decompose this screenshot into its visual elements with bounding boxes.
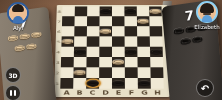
square-b6[interactable] (74, 26, 87, 36)
rank-label-2: 2 (55, 71, 61, 75)
file-label-A: A (60, 90, 73, 95)
square-a7[interactable] (62, 16, 75, 26)
square-g2[interactable] (138, 67, 151, 78)
square-e5[interactable] (112, 36, 125, 46)
captured-piece-dark: ⛂ (180, 37, 191, 46)
captured-piece-light: ⛂ (26, 42, 37, 51)
rank-label-6: 6 (56, 30, 62, 34)
square-d4[interactable] (99, 47, 112, 57)
square-h1[interactable] (151, 78, 164, 89)
captured-piece-light: ⛂ (19, 32, 30, 41)
piece-dark-f8[interactable]: ⛂ (125, 7, 137, 15)
square-g7[interactable]: ⛂ (137, 16, 150, 26)
rank-label-8: 8 (57, 10, 63, 14)
file-label-F: F (125, 90, 138, 95)
left-player-name: Alyi (0, 25, 38, 31)
pause-button[interactable] (5, 85, 21, 100)
left-player-avatar (7, 2, 29, 24)
square-h6[interactable] (150, 26, 163, 36)
piece-dark-c1[interactable]: ⛂ (86, 78, 99, 87)
board-grid: ⛂⛂⛂⛂⛂⛂⛂⛂⛂⛂⛂⛂⛂⛂ (60, 6, 164, 88)
piece-dark-e1[interactable]: ⛂ (112, 78, 125, 87)
file-label-E: E (112, 90, 125, 95)
square-h3[interactable] (150, 57, 163, 67)
square-b8[interactable] (75, 6, 88, 16)
square-h2[interactable] (150, 67, 163, 78)
file-label-B: B (73, 90, 86, 95)
pause-icon (10, 90, 12, 96)
square-e7[interactable] (112, 16, 125, 26)
undo-button[interactable]: ↶ (196, 79, 214, 97)
square-c6[interactable] (87, 26, 100, 36)
rank-label-7: 7 (56, 20, 62, 24)
square-d2[interactable] (99, 67, 112, 78)
square-f6[interactable] (125, 26, 138, 36)
square-g1[interactable]: ⛂ (138, 78, 151, 89)
captured-piece-dark: ⛂ (173, 26, 184, 35)
square-c8[interactable] (87, 6, 100, 16)
square-c1[interactable]: ⛂ (86, 78, 99, 89)
undo-arrow-icon: ↶ (201, 83, 209, 94)
square-f4[interactable]: ⛂ (125, 47, 138, 57)
piece-dark-f4[interactable]: ⛂ (125, 47, 137, 56)
square-f3[interactable] (125, 57, 138, 67)
square-c5[interactable] (87, 36, 100, 46)
right-player-avatar (196, 1, 218, 23)
right-player-name: Elizabeth (189, 24, 222, 30)
square-b2[interactable]: ⛂ (73, 67, 86, 78)
game-scene: ⛂⛂⛂⛂⛂⛂⛂⛂⛂⛂⛂⛂⛂⛂ ABCDEFGH 12345678 7 ⛂⛂⛂⛂⛂… (0, 0, 222, 100)
square-d8[interactable]: ⛂ (100, 6, 112, 16)
square-d6[interactable]: ⛂ (99, 26, 112, 36)
square-f2[interactable] (125, 67, 138, 78)
piece-dark-d8[interactable]: ⛂ (100, 7, 112, 15)
view-3d-button[interactable]: 3D (5, 67, 21, 83)
square-g6[interactable] (137, 26, 150, 36)
square-e1[interactable]: ⛂ (112, 78, 125, 89)
captured-piece-light: ⛂ (14, 44, 25, 53)
square-g4[interactable] (137, 47, 150, 57)
piece-light-h8[interactable]: ⛂ (149, 7, 161, 15)
file-label-H: H (151, 90, 164, 95)
square-d1[interactable] (99, 78, 112, 89)
piece-light-d6[interactable]: ⛂ (100, 27, 112, 35)
piece-dark-g1[interactable]: ⛂ (138, 78, 151, 87)
square-h4[interactable]: ⛂ (150, 47, 163, 57)
square-e6[interactable] (112, 26, 125, 36)
square-e2[interactable] (112, 67, 125, 78)
square-b4[interactable]: ⛂ (74, 47, 87, 57)
square-h8[interactable]: ⛂ (149, 6, 162, 16)
rank-label-3: 3 (55, 60, 61, 64)
rank-label-1: 1 (54, 81, 60, 85)
piece-light-a5[interactable]: ⛂ (62, 37, 74, 45)
square-f8[interactable]: ⛂ (124, 6, 137, 16)
piece-light-b2[interactable]: ⛂ (74, 68, 87, 77)
square-a2[interactable] (61, 67, 74, 78)
square-a3[interactable] (61, 57, 74, 67)
square-g3[interactable] (137, 57, 150, 67)
square-c7[interactable] (87, 16, 100, 26)
file-label-G: G (138, 90, 151, 95)
square-a4[interactable] (61, 47, 74, 57)
square-d5[interactable] (99, 36, 112, 46)
square-a5[interactable]: ⛂ (61, 36, 74, 46)
square-e3[interactable]: ⛂ (112, 57, 125, 67)
square-g5[interactable] (137, 36, 150, 46)
captured-piece-dark: ⛂ (192, 35, 203, 44)
square-c4[interactable] (87, 47, 100, 57)
rank-label-4: 4 (55, 50, 61, 54)
square-f1[interactable] (125, 78, 138, 89)
piece-dark-h4[interactable]: ⛂ (150, 47, 162, 56)
square-a1[interactable] (60, 78, 73, 89)
avatar-hair (200, 3, 214, 13)
square-f7[interactable] (124, 16, 137, 26)
captured-piece-light: ⛂ (7, 33, 18, 42)
avatar-shirt (13, 16, 23, 23)
piece-dark-b4[interactable]: ⛂ (74, 47, 86, 56)
avatar-shirt (202, 15, 212, 22)
piece-light-g7[interactable]: ⛂ (137, 17, 149, 25)
square-c3[interactable] (86, 57, 99, 67)
file-labels: ABCDEFGH (60, 89, 164, 97)
square-h7[interactable] (149, 16, 162, 26)
square-c2[interactable] (86, 67, 99, 78)
avatar-hair (12, 4, 24, 12)
pause-icon (14, 90, 16, 96)
square-d3[interactable] (99, 57, 112, 67)
square-a8[interactable] (62, 6, 75, 16)
checkers-board: ⛂⛂⛂⛂⛂⛂⛂⛂⛂⛂⛂⛂⛂⛂ ABCDEFGH 12345678 (54, 5, 170, 97)
captured-piece-light: ⛂ (31, 30, 42, 39)
light-tray-pieces: ⛂⛂⛂⛂⛂ (0, 27, 52, 55)
file-label-C: C (86, 90, 99, 95)
square-e8[interactable] (112, 6, 124, 16)
piece-light-e3[interactable]: ⛂ (112, 57, 124, 66)
square-b7[interactable] (74, 16, 87, 26)
file-label-D: D (99, 90, 112, 95)
